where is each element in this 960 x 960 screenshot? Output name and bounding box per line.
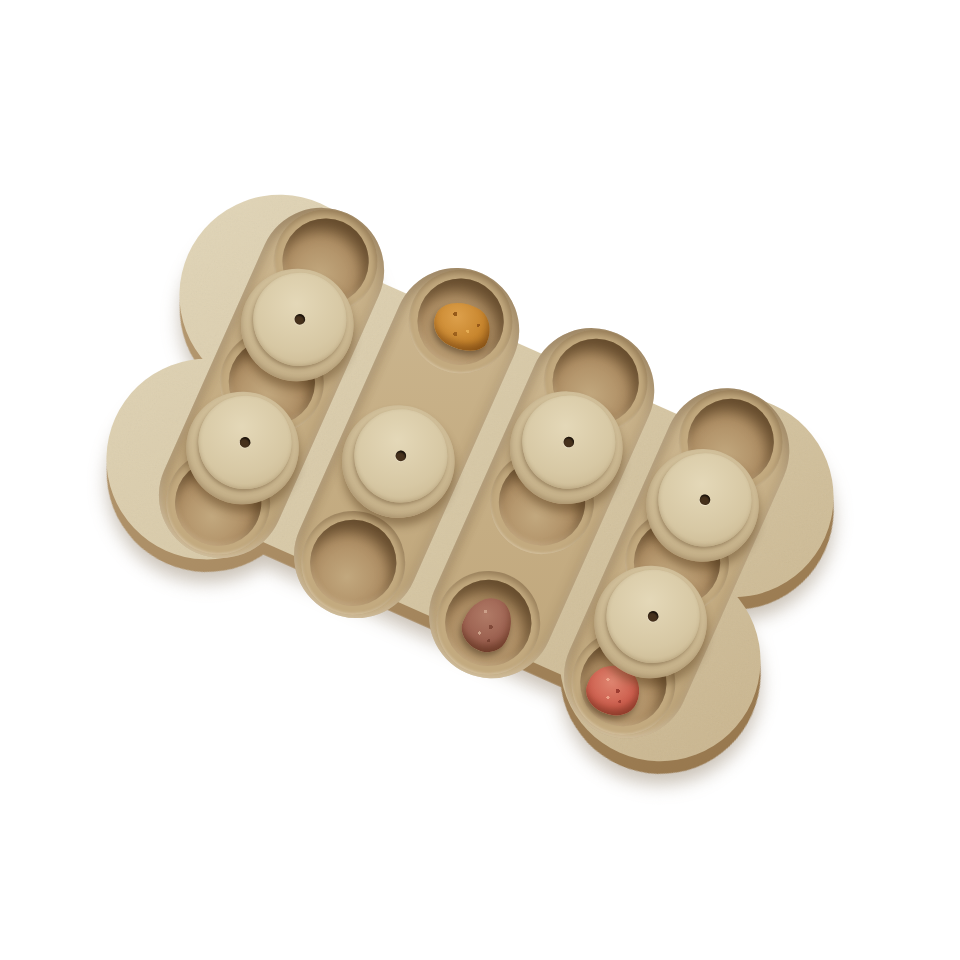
disc-center-hole [394,449,408,463]
well-pit [296,506,410,620]
treat-brown [455,590,521,659]
disc-center-hole [562,435,576,449]
treat-orange [427,294,499,359]
well-pit [404,265,518,379]
disc-center-hole [646,609,660,623]
disc-center-hole [238,435,252,449]
disc-center-hole [698,493,712,507]
treat-well [392,253,529,390]
photo-background [0,0,960,960]
disc-center-hole [293,312,307,326]
puzzle-board [63,142,878,814]
well-pit [431,566,545,680]
treat-well [420,554,557,691]
